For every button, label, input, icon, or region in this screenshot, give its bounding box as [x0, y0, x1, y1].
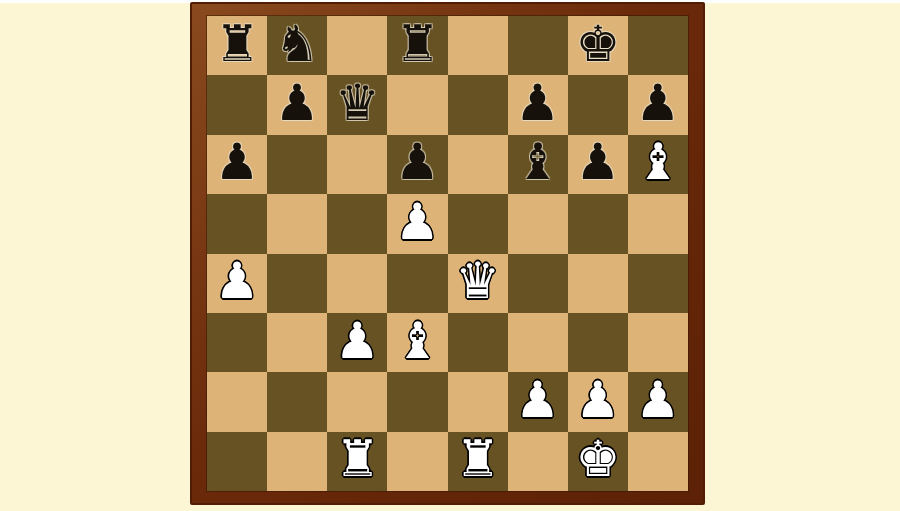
- square-a2[interactable]: [207, 372, 267, 431]
- square-b3[interactable]: [267, 313, 327, 372]
- square-b8[interactable]: ♞: [267, 16, 327, 75]
- square-c1[interactable]: ♜: [327, 432, 387, 491]
- white-queen-piece: ♛: [455, 256, 500, 306]
- square-c2[interactable]: [327, 372, 387, 431]
- black-king-piece: ♚: [575, 19, 620, 69]
- square-e6[interactable]: [448, 135, 508, 194]
- square-d8[interactable]: ♜: [387, 16, 447, 75]
- square-f2[interactable]: ♟: [508, 372, 568, 431]
- square-a5[interactable]: [207, 194, 267, 253]
- square-e5[interactable]: [448, 194, 508, 253]
- square-a3[interactable]: [207, 313, 267, 372]
- white-pawn-piece: ♟: [515, 375, 560, 425]
- square-d2[interactable]: [387, 372, 447, 431]
- square-g7[interactable]: [568, 75, 628, 134]
- square-a4[interactable]: ♟: [207, 254, 267, 313]
- square-c4[interactable]: [327, 254, 387, 313]
- square-e3[interactable]: [448, 313, 508, 372]
- square-a8[interactable]: ♜: [207, 16, 267, 75]
- square-g2[interactable]: ♟: [568, 372, 628, 431]
- square-f7[interactable]: ♟: [508, 75, 568, 134]
- square-f4[interactable]: [508, 254, 568, 313]
- square-e1[interactable]: ♜: [448, 432, 508, 491]
- square-c8[interactable]: [327, 16, 387, 75]
- square-g1[interactable]: ♚: [568, 432, 628, 491]
- black-pawn-piece: ♟: [515, 78, 560, 128]
- square-h6[interactable]: ♝: [628, 135, 688, 194]
- white-pawn-piece: ♟: [395, 197, 440, 247]
- white-pawn-piece: ♟: [575, 375, 620, 425]
- square-h5[interactable]: [628, 194, 688, 253]
- square-e7[interactable]: [448, 75, 508, 134]
- white-king-piece: ♚: [575, 434, 620, 484]
- black-bishop-piece: ♝: [515, 137, 560, 187]
- square-d7[interactable]: [387, 75, 447, 134]
- black-queen-piece: ♛: [335, 78, 380, 128]
- square-h1[interactable]: [628, 432, 688, 491]
- square-c6[interactable]: [327, 135, 387, 194]
- square-d4[interactable]: [387, 254, 447, 313]
- square-e2[interactable]: [448, 372, 508, 431]
- square-f1[interactable]: [508, 432, 568, 491]
- square-a7[interactable]: [207, 75, 267, 134]
- white-pawn-piece: ♟: [215, 256, 260, 306]
- square-c7[interactable]: ♛: [327, 75, 387, 134]
- white-bishop-piece: ♝: [636, 137, 681, 187]
- square-d6[interactable]: ♟: [387, 135, 447, 194]
- white-rook-piece: ♜: [455, 434, 500, 484]
- square-a6[interactable]: ♟: [207, 135, 267, 194]
- black-pawn-piece: ♟: [575, 137, 620, 187]
- square-b5[interactable]: [267, 194, 327, 253]
- square-d5[interactable]: ♟: [387, 194, 447, 253]
- square-f6[interactable]: ♝: [508, 135, 568, 194]
- square-b7[interactable]: ♟: [267, 75, 327, 134]
- square-g3[interactable]: [568, 313, 628, 372]
- square-g8[interactable]: ♚: [568, 16, 628, 75]
- square-c5[interactable]: [327, 194, 387, 253]
- white-rook-piece: ♜: [335, 434, 380, 484]
- square-c3[interactable]: ♟: [327, 313, 387, 372]
- square-b6[interactable]: [267, 135, 327, 194]
- board-grid: ♜♞♜♚♟♛♟♟♟♟♝♟♝♟♟♛♟♝♟♟♟♜♜♚: [207, 16, 688, 491]
- square-a1[interactable]: [207, 432, 267, 491]
- square-b2[interactable]: [267, 372, 327, 431]
- square-e8[interactable]: [448, 16, 508, 75]
- square-g4[interactable]: [568, 254, 628, 313]
- square-b4[interactable]: [267, 254, 327, 313]
- square-h3[interactable]: [628, 313, 688, 372]
- square-g5[interactable]: [568, 194, 628, 253]
- white-bishop-piece: ♝: [395, 316, 440, 366]
- square-h8[interactable]: [628, 16, 688, 75]
- black-pawn-piece: ♟: [636, 78, 681, 128]
- white-pawn-piece: ♟: [335, 316, 380, 366]
- square-d3[interactable]: ♝: [387, 313, 447, 372]
- white-pawn-piece: ♟: [636, 375, 681, 425]
- black-rook-piece: ♜: [215, 19, 260, 69]
- square-d1[interactable]: [387, 432, 447, 491]
- square-b1[interactable]: [267, 432, 327, 491]
- square-h4[interactable]: [628, 254, 688, 313]
- square-f3[interactable]: [508, 313, 568, 372]
- black-pawn-piece: ♟: [275, 78, 320, 128]
- black-pawn-piece: ♟: [395, 137, 440, 187]
- black-knight-piece: ♞: [275, 19, 320, 69]
- black-pawn-piece: ♟: [215, 137, 260, 187]
- black-rook-piece: ♜: [395, 19, 440, 69]
- square-e4[interactable]: ♛: [448, 254, 508, 313]
- square-h2[interactable]: ♟: [628, 372, 688, 431]
- chess-board-frame: ♜♞♜♚♟♛♟♟♟♟♝♟♝♟♟♛♟♝♟♟♟♜♜♚: [190, 2, 705, 505]
- square-h7[interactable]: ♟: [628, 75, 688, 134]
- square-f5[interactable]: [508, 194, 568, 253]
- square-f8[interactable]: [508, 16, 568, 75]
- square-g6[interactable]: ♟: [568, 135, 628, 194]
